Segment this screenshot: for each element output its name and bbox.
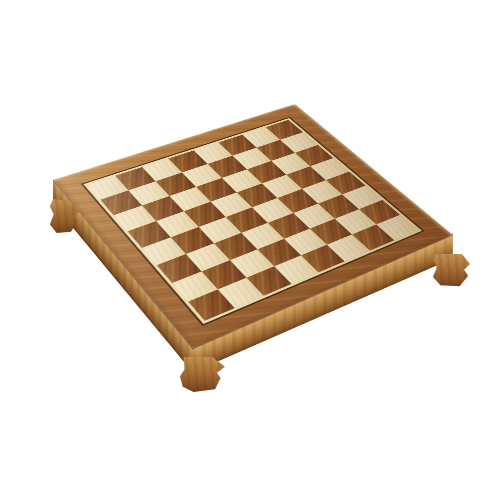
board-foot-right (433, 254, 470, 287)
chess-board (53, 104, 453, 349)
board-foot-bottom (180, 357, 225, 392)
product-photo (0, 0, 500, 500)
